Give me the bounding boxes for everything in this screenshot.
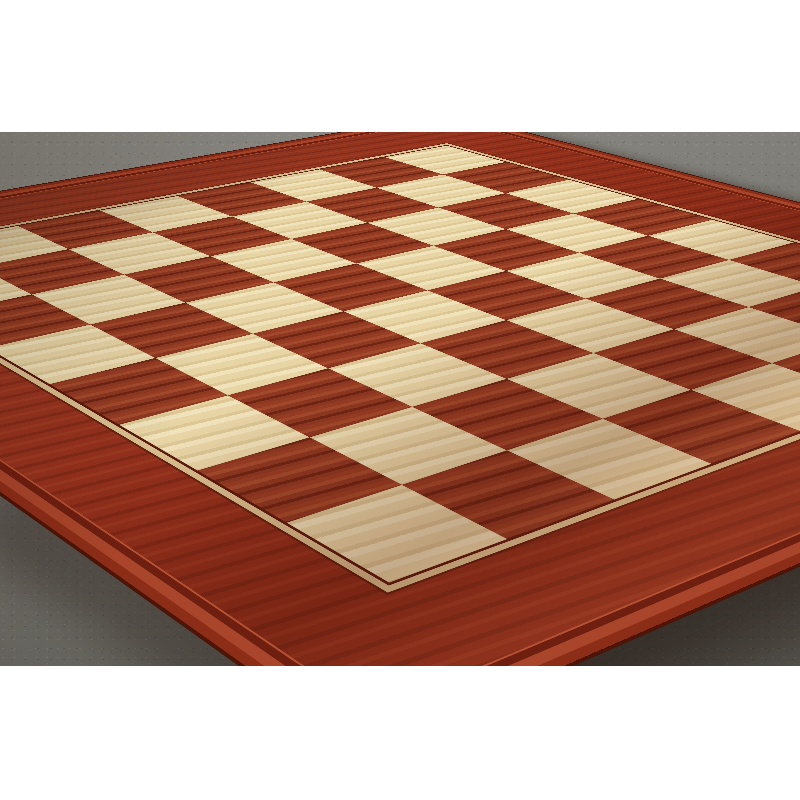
chessboard — [0, 132, 800, 666]
perspective-scene — [0, 132, 800, 666]
letterbox-top — [0, 0, 800, 132]
product-photo — [0, 0, 800, 800]
photo-area — [0, 132, 800, 666]
letterbox-bottom — [0, 666, 800, 800]
playing-field — [0, 146, 800, 583]
